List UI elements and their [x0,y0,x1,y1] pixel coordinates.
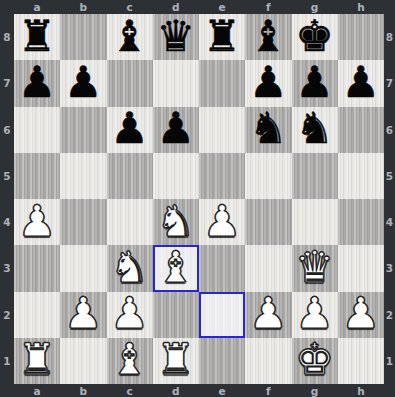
square-d2[interactable] [153,292,199,338]
square-h1[interactable] [338,338,384,384]
square-e2[interactable] [199,292,245,338]
rank-labels-left: 87654321 [0,14,14,384]
square-f4[interactable] [245,199,291,245]
square-a4[interactable]: ♟ [14,199,60,245]
square-d5[interactable] [153,153,199,199]
rank-label-8: 8 [384,14,395,60]
square-f5[interactable] [245,153,291,199]
square-e6[interactable] [199,107,245,153]
piece-white-bishop[interactable]: ♝ [110,338,149,381]
square-c7[interactable] [107,60,153,106]
square-e7[interactable] [199,60,245,106]
piece-black-king[interactable]: ♚ [295,15,334,58]
rank-label-5: 5 [0,153,14,199]
piece-white-pawn[interactable]: ♟ [18,200,57,243]
square-f2[interactable]: ♟ [245,292,291,338]
file-label-g: g [292,384,338,397]
rank-label-8: 8 [0,14,14,60]
piece-black-pawn[interactable]: ♟ [18,61,57,104]
piece-white-knight[interactable]: ♞ [110,246,149,289]
rank-label-4: 4 [384,199,395,245]
square-d6[interactable]: ♟ [153,107,199,153]
square-b8[interactable] [60,14,106,60]
piece-white-pawn[interactable]: ♟ [64,292,103,335]
piece-white-bishop[interactable]: ♝ [157,246,196,289]
square-e3[interactable] [199,245,245,291]
square-a8[interactable]: ♜ [14,14,60,60]
rank-label-4: 4 [0,199,14,245]
square-e1[interactable] [199,338,245,384]
square-f7[interactable]: ♟ [245,60,291,106]
square-g3[interactable]: ♛ [292,245,338,291]
square-d1[interactable]: ♜ [153,338,199,384]
rank-label-6: 6 [0,107,14,153]
rank-label-2: 2 [0,292,14,338]
square-b1[interactable] [60,338,106,384]
square-d4[interactable]: ♞ [153,199,199,245]
square-d8[interactable]: ♛ [153,14,199,60]
file-label-b: b [60,384,106,397]
square-f6[interactable]: ♞ [245,107,291,153]
square-f1[interactable] [245,338,291,384]
piece-white-knight[interactable]: ♞ [157,200,196,243]
piece-black-pawn[interactable]: ♟ [342,61,381,104]
square-f8[interactable]: ♝ [245,14,291,60]
piece-black-bishop[interactable]: ♝ [110,15,149,58]
square-a6[interactable] [14,107,60,153]
rank-label-6: 6 [384,107,395,153]
square-a2[interactable] [14,292,60,338]
square-h2[interactable]: ♟ [338,292,384,338]
square-h6[interactable] [338,107,384,153]
square-c2[interactable]: ♟ [107,292,153,338]
file-label-f: f [245,384,291,397]
rank-labels-right: 87654321 [384,14,395,384]
square-c4[interactable] [107,199,153,245]
file-label-b: b [60,0,106,14]
square-h7[interactable]: ♟ [338,60,384,106]
square-a5[interactable] [14,153,60,199]
square-g4[interactable] [292,199,338,245]
square-b4[interactable] [60,199,106,245]
square-h3[interactable] [338,245,384,291]
square-f3[interactable] [245,245,291,291]
square-g1[interactable]: ♚ [292,338,338,384]
square-c1[interactable]: ♝ [107,338,153,384]
file-label-h: h [338,0,384,14]
piece-white-pawn[interactable]: ♟ [203,200,242,243]
chess-board-panel: abcdefgh 87654321 ♜♝♛♜♝♚♟♟♟♟♟♟♟♞♞♟♞♟♞♝♛♟… [0,0,395,397]
file-label-h: h [338,384,384,397]
square-g6[interactable]: ♞ [292,107,338,153]
square-a3[interactable] [14,245,60,291]
square-a7[interactable]: ♟ [14,60,60,106]
square-c3[interactable]: ♞ [107,245,153,291]
square-h8[interactable] [338,14,384,60]
piece-black-pawn[interactable]: ♟ [295,61,334,104]
square-b3[interactable] [60,245,106,291]
square-g8[interactable]: ♚ [292,14,338,60]
square-c8[interactable]: ♝ [107,14,153,60]
piece-white-pawn[interactable]: ♟ [295,292,334,335]
rank-label-1: 1 [384,338,395,384]
rank-label-3: 3 [384,245,395,291]
square-e5[interactable] [199,153,245,199]
piece-black-bishop[interactable]: ♝ [249,15,288,58]
square-e8[interactable]: ♜ [199,14,245,60]
rank-label-1: 1 [0,338,14,384]
square-c5[interactable] [107,153,153,199]
piece-white-rook[interactable]: ♜ [18,338,57,381]
square-b2[interactable]: ♟ [60,292,106,338]
piece-black-pawn[interactable]: ♟ [64,61,103,104]
square-h5[interactable] [338,153,384,199]
piece-black-rook[interactable]: ♜ [203,15,242,58]
rank-label-7: 7 [0,60,14,106]
square-h4[interactable] [338,199,384,245]
square-b6[interactable] [60,107,106,153]
piece-white-queen[interactable]: ♛ [295,246,334,289]
piece-white-pawn[interactable]: ♟ [249,292,288,335]
square-b7[interactable]: ♟ [60,60,106,106]
square-g7[interactable]: ♟ [292,60,338,106]
rank-label-5: 5 [384,153,395,199]
piece-black-pawn[interactable]: ♟ [110,107,149,150]
file-label-c: c [107,384,153,397]
piece-black-knight[interactable]: ♞ [295,107,334,150]
square-g5[interactable] [292,153,338,199]
rank-label-7: 7 [384,60,395,106]
square-e4[interactable]: ♟ [199,199,245,245]
square-b5[interactable] [60,153,106,199]
square-c6[interactable]: ♟ [107,107,153,153]
square-d7[interactable] [153,60,199,106]
file-label-e: e [199,384,245,397]
piece-black-pawn[interactable]: ♟ [249,61,288,104]
square-d3[interactable]: ♝ [153,245,199,291]
piece-black-pawn[interactable]: ♟ [157,107,196,150]
rank-label-2: 2 [384,292,395,338]
rank-label-3: 3 [0,245,14,291]
piece-white-pawn[interactable]: ♟ [342,292,381,335]
square-a1[interactable]: ♜ [14,338,60,384]
file-label-a: a [14,384,60,397]
file-label-d: d [153,384,199,397]
piece-white-king[interactable]: ♚ [295,338,334,381]
square-g2[interactable]: ♟ [292,292,338,338]
piece-white-rook[interactable]: ♜ [157,338,196,381]
piece-black-knight[interactable]: ♞ [249,107,288,150]
chess-board: ♜♝♛♜♝♚♟♟♟♟♟♟♟♞♞♟♞♟♞♝♛♟♟♟♟♟♜♝♜♚ [14,14,384,384]
piece-black-queen[interactable]: ♛ [157,15,196,58]
file-labels-bottom: abcdefgh [14,384,384,397]
piece-white-pawn[interactable]: ♟ [110,292,149,335]
piece-black-rook[interactable]: ♜ [18,15,57,58]
